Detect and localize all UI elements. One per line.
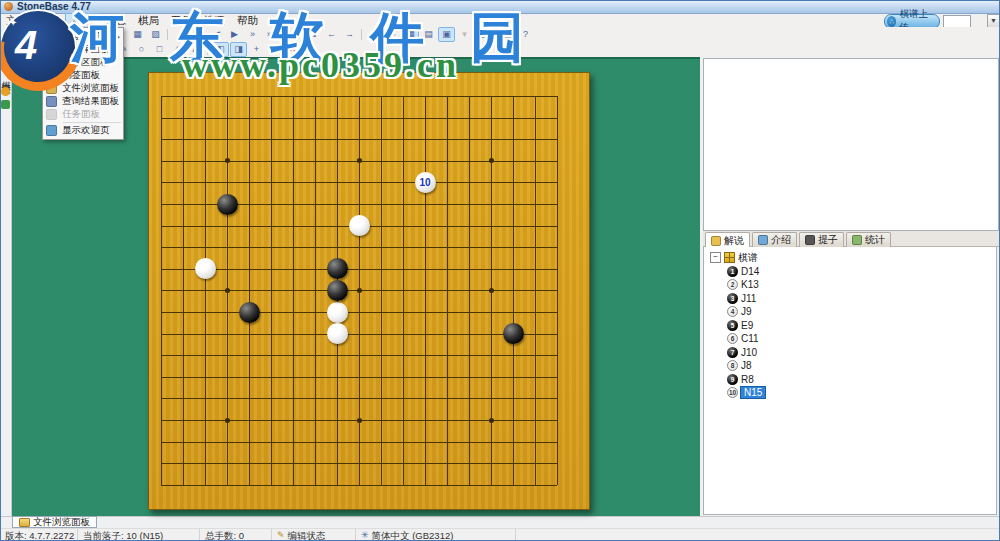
toolbar-separator: [494, 29, 495, 40]
stone-b-J11[interactable]: [327, 258, 348, 279]
right-panel-toggle[interactable]: ◨: [230, 42, 247, 57]
grid-line-h: [161, 312, 557, 313]
toolbar-separator: [207, 44, 208, 55]
move-coord-label: R8: [741, 374, 754, 385]
tree-move-1[interactable]: 1D14: [704, 265, 996, 279]
menu-item-2[interactable]: 编辑: [33, 14, 66, 27]
toolbar-separator: [167, 29, 168, 40]
workspace-panel-icon: [46, 57, 57, 68]
star-point: [225, 288, 230, 293]
status-segment-5: ✳简体中文 (GB2312): [356, 529, 516, 541]
tree-move-3[interactable]: 3J11: [704, 292, 996, 306]
triangle-mark-button[interactable]: △: [169, 42, 186, 57]
new-file-button[interactable]: ▢: [1, 27, 18, 42]
star-point: [225, 158, 230, 163]
status-segment-3: 总手数: 0: [200, 529, 272, 541]
status-segment-2: 当前落子: 10 (N15): [78, 529, 200, 541]
circle-mark-button[interactable]: ○: [133, 42, 150, 57]
capture-icon: [805, 235, 815, 245]
grid-line-v: [535, 96, 536, 485]
move-stone-icon: 1: [727, 266, 738, 277]
tree-root-label: 棋谱: [738, 251, 758, 265]
autoplay-stop-button[interactable]: ▶: [384, 27, 401, 42]
file-browse-panel-tab-label: 文件浏览面板: [33, 516, 90, 529]
move-number-label: 10: [419, 177, 430, 188]
move-stone-icon: 2: [727, 279, 738, 290]
board-icon: [21, 60, 31, 70]
toolbar-separator: [282, 29, 283, 40]
view-dropdown-menu: 界面布局▸棋谱库面板工作区面板书签面板文件浏览面板查询结果面板任务面板显示欢迎页: [42, 27, 124, 140]
menu-bar: 文件编辑显示信息棋局工具选项帮助: [0, 14, 1000, 28]
move-stone-icon: 3: [727, 293, 738, 304]
grid-line-v: [425, 96, 426, 485]
print-button[interactable]: ▧: [147, 27, 164, 42]
pass-move-button[interactable]: ⊟: [266, 42, 283, 57]
last-move-button[interactable]: »|: [262, 27, 279, 42]
view-menu-item-6[interactable]: 查询结果面板: [43, 95, 123, 108]
left-dock-tab-library[interactable]: 棋谱库面板: [0, 74, 12, 79]
quick-search-input[interactable]: [943, 15, 971, 28]
tree-move-9[interactable]: 9R8: [704, 373, 996, 387]
stone-w-J9[interactable]: [327, 302, 348, 323]
view-menu-item-label: 查询结果面板: [62, 95, 119, 108]
move-coord-label: J11: [741, 293, 756, 304]
status-segment-label: 简体中文 (GB2312): [372, 529, 454, 541]
right-panel-tabs: 解说介绍提子统计: [703, 231, 999, 247]
grid-line-v: [381, 96, 382, 485]
tab-介绍[interactable]: 介绍: [752, 232, 797, 247]
tab-label: 提子: [818, 233, 838, 247]
add-node-button[interactable]: +: [248, 42, 265, 57]
star-point: [357, 288, 362, 293]
status-segment-label: 编辑状态: [288, 529, 326, 541]
move-stone-icon: 8: [727, 360, 738, 371]
bookmark-panel-icon: [46, 70, 57, 81]
view-menu-item-4[interactable]: 书签面板: [43, 69, 123, 82]
star-point: [357, 158, 362, 163]
grid-line-h: [161, 377, 557, 378]
move-coord-label: J8: [741, 360, 752, 371]
view-menu-item-3[interactable]: 工作区面板: [43, 56, 123, 69]
folder-icon: [19, 518, 30, 527]
welcome-page-icon: [46, 125, 57, 136]
star-point: [357, 418, 362, 423]
list-view-toggle[interactable]: ▤: [420, 27, 437, 42]
grid-line-h: [161, 355, 557, 356]
back-button[interactable]: ←: [323, 27, 340, 42]
tree-collapse-icon[interactable]: −: [710, 252, 721, 263]
tree-move-6[interactable]: 6C11: [704, 332, 996, 346]
library-panel-icon[interactable]: [1, 60, 10, 69]
move-coord-label: N15: [741, 387, 765, 398]
snapshot-button[interactable]: ▤: [499, 27, 516, 42]
stone-b-E9[interactable]: [239, 302, 260, 323]
tree-move-10[interactable]: 10N15: [704, 386, 996, 400]
tab-提子[interactable]: 提子: [799, 232, 844, 247]
grid-line-h: [161, 334, 557, 335]
window-title: StoneBase 4.77: [17, 1, 91, 12]
left-panel-toggle[interactable]: ◧: [212, 42, 229, 57]
upload-cluster-icon: ∴: [887, 16, 896, 27]
menu-item-6[interactable]: 工具: [165, 14, 198, 27]
task-panel-icon: [46, 109, 57, 120]
stone-b-R8[interactable]: [503, 323, 524, 344]
paste-button[interactable]: ▦: [129, 27, 146, 42]
view-options-dropdown[interactable]: ▾: [456, 27, 473, 42]
menu-separator: [63, 122, 121, 123]
commentary-icon: [711, 236, 721, 246]
grid-line-h: [161, 485, 557, 486]
delete-node-button[interactable]: ✕: [284, 42, 301, 57]
star-point: [489, 288, 494, 293]
move-coord-label: J9: [741, 306, 752, 317]
view-menu-item-2[interactable]: 棋谱库面板: [43, 43, 123, 56]
status-segment-1: 版本: 4.7.7.2272: [0, 529, 78, 541]
encoding-icon: ✳: [361, 529, 369, 541]
view-menu-item-9[interactable]: 显示欢迎页: [43, 124, 123, 137]
autoplay-button[interactable]: ▷: [366, 27, 383, 42]
intro-icon: [758, 235, 768, 245]
stone-w-J8[interactable]: [327, 323, 348, 344]
stone-w-K13[interactable]: [349, 215, 370, 236]
view-menu-item-label: 任务面板: [62, 108, 100, 121]
stone-w-C11[interactable]: [195, 258, 216, 279]
status-segment-label: 当前落子: 10 (N15): [83, 529, 163, 541]
bookmark-icon[interactable]: [1, 87, 10, 96]
layout-icon: [46, 31, 57, 42]
move-coord-label: C11: [741, 333, 759, 344]
tree-root-row[interactable]: −棋谱: [704, 251, 996, 265]
view-menu-item-1[interactable]: 界面布局▸: [43, 30, 123, 43]
main-toolbar: ▢▱▣▥▦▧«◀▶»»|↖↘←→▷▶▦▤▣▾◎▤?: [0, 27, 1000, 43]
grid-line-v: [513, 96, 514, 485]
menu-item-5[interactable]: 棋局: [132, 14, 165, 27]
grid-line-h: [161, 463, 557, 464]
star-point: [225, 418, 230, 423]
tab-解说[interactable]: 解说: [705, 232, 750, 248]
open-file-button[interactable]: ▱: [19, 27, 36, 42]
next-move-button[interactable]: ▶: [226, 27, 243, 42]
tab-label: 解说: [724, 234, 744, 248]
tab-label: 介绍: [771, 233, 791, 247]
square-mark-button[interactable]: □: [151, 42, 168, 57]
grid-line-v: [469, 96, 470, 485]
status-segment-label: 总手数: 0: [205, 529, 244, 541]
library-panel-icon: [46, 44, 57, 55]
search-result-panel-icon: [46, 96, 57, 107]
grid-line-h: [161, 398, 557, 399]
move-stone-icon: 9: [727, 374, 738, 385]
grid-line-h: [161, 442, 557, 443]
move-tree-panel: −棋谱1D142K133J114J95E96C117J108J89R810N15: [703, 247, 997, 515]
move-stone-icon: 6: [727, 333, 738, 344]
file-browse-panel-tab[interactable]: 文件浏览面板: [12, 516, 97, 528]
tree-view-toggle[interactable]: ▦: [402, 27, 419, 42]
board-view-toggle[interactable]: ▣: [438, 27, 455, 42]
tab-统计[interactable]: 统计: [846, 232, 891, 247]
forward-button[interactable]: →: [341, 27, 358, 42]
view-menu-item-7: 任务面板: [43, 108, 123, 121]
menu-item-3[interactable]: 显示: [66, 14, 99, 27]
stone-w-N15[interactable]: 10: [415, 172, 436, 193]
edit-toolbar: ✎○□△A◧◨+⊟✕: [0, 42, 1000, 58]
menu-item-4[interactable]: 信息: [99, 14, 132, 27]
menu-items: 文件编辑显示信息棋局工具选项帮助: [0, 14, 264, 26]
pencil-icon: ✎: [277, 529, 285, 541]
goto-icon[interactable]: [1, 100, 10, 109]
move-stone-icon: 4: [727, 306, 738, 317]
view-menu-item-label: 文件浏览面板: [62, 82, 119, 95]
tab-label: 统计: [865, 233, 885, 247]
tree-move-5[interactable]: 5E9: [704, 319, 996, 333]
view-menu-item-5[interactable]: 文件浏览面板: [43, 82, 123, 95]
bottom-dock-bar: [0, 516, 1000, 528]
status-segment-label: 版本: 4.7.7.2272: [5, 529, 74, 541]
view-menu-item-label: 棋谱库面板: [62, 43, 110, 56]
tree-move-4[interactable]: 4J9: [704, 305, 996, 319]
stone-b-J10[interactable]: [327, 280, 348, 301]
app-icon: [4, 2, 13, 11]
tree-move-7[interactable]: 7J10: [704, 346, 996, 360]
view-menu-item-label: 显示欢迎页: [62, 124, 110, 137]
go-board[interactable]: 10: [148, 72, 590, 510]
menu-item-1[interactable]: 文件: [0, 14, 33, 27]
move-coord-label: J10: [741, 347, 757, 358]
move-coord-label: D14: [741, 266, 759, 277]
menu-item-8[interactable]: 帮助: [231, 14, 264, 27]
tree-move-2[interactable]: 2K13: [704, 278, 996, 292]
status-segment-4: ✎编辑状态: [272, 529, 356, 541]
menu-item-7[interactable]: 选项: [198, 14, 231, 27]
title-bar: StoneBase 4.77: [0, 0, 1000, 14]
grid-line-v: [403, 96, 404, 485]
help-button[interactable]: ?: [517, 27, 534, 42]
prev-move-button[interactable]: ◀: [208, 27, 225, 42]
move-stone-icon: 7: [727, 347, 738, 358]
file-browse-panel-icon: [46, 83, 57, 94]
first-move-button[interactable]: «: [190, 27, 207, 42]
commentary-panel: [703, 58, 999, 231]
grid-line-v: [447, 96, 448, 485]
move-stone-icon: 10: [727, 387, 738, 398]
game-record-icon: [724, 252, 735, 263]
move-coord-label: E9: [741, 320, 753, 331]
toolbar-separator: [361, 29, 362, 40]
forward-10-button[interactable]: »: [244, 27, 261, 42]
move-stone-icon: 5: [727, 320, 738, 331]
star-point: [489, 418, 494, 423]
next-variation-button[interactable]: ↘: [305, 27, 322, 42]
grid-line-v: [557, 96, 558, 485]
zoom-button[interactable]: ◎: [474, 27, 491, 42]
stats-icon: [852, 235, 862, 245]
view-menu-item-label: 界面布局: [62, 30, 100, 43]
letter-mark-button[interactable]: A: [187, 42, 204, 57]
submenu-arrow-icon: ▸: [116, 33, 120, 41]
prev-variation-button[interactable]: ↖: [287, 27, 304, 42]
move-coord-label: K13: [741, 279, 759, 290]
left-dock-strip: 棋谱库面板: [0, 57, 12, 516]
view-menu-item-label: 工作区面板: [62, 56, 110, 69]
stone-b-D14[interactable]: [217, 194, 238, 215]
status-bar: 版本: 4.7.7.2272当前落子: 10 (N15)总手数: 0✎编辑状态✳…: [0, 528, 1000, 541]
tree-move-8[interactable]: 8J8: [704, 359, 996, 373]
view-menu-item-label: 书签面板: [62, 69, 100, 82]
star-point: [489, 158, 494, 163]
